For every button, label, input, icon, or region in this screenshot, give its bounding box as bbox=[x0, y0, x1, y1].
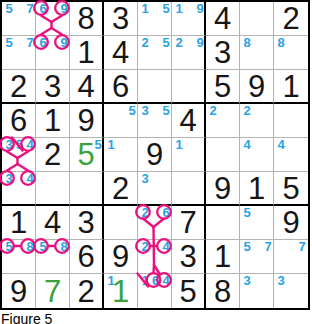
cell-r5c9: 4 bbox=[274, 138, 308, 172]
pencil-mark: 4 bbox=[24, 138, 37, 151]
cell-r1c8 bbox=[240, 2, 274, 36]
pencil-mark: 7 bbox=[262, 240, 275, 253]
cell-r2c5: 25 bbox=[138, 36, 172, 70]
pencil-mark: 5 bbox=[3, 2, 16, 15]
cell-r3c6 bbox=[172, 70, 206, 104]
pencil-mark: 5 bbox=[241, 206, 254, 219]
cell-r7c4 bbox=[104, 206, 138, 240]
pencil-mark: 2 bbox=[241, 104, 254, 117]
pencil-mark: 8 bbox=[275, 36, 288, 49]
pencil-mark: 3 bbox=[241, 274, 254, 287]
cell-r3c9: 1 bbox=[274, 70, 308, 104]
sudoku-figure: 5769831519425769142529388234659161953542… bbox=[0, 0, 312, 324]
given-digit: 2 bbox=[36, 138, 69, 171]
pencil-mark: 9 bbox=[194, 2, 207, 15]
pencil-mark: 5 bbox=[160, 104, 173, 117]
cell-r6c1: 34 bbox=[2, 172, 36, 206]
cell-r2c9: 8 bbox=[274, 36, 308, 70]
cell-r7c9: 9 bbox=[274, 206, 308, 240]
cell-r4c8: 2 bbox=[240, 104, 274, 138]
pencil-mark: 2 bbox=[207, 104, 220, 117]
cell-r9c5: 164 bbox=[138, 274, 172, 308]
cell-r6c7: 9 bbox=[206, 172, 240, 206]
given-digit: 6 bbox=[2, 104, 35, 137]
cell-r2c2: 69 bbox=[36, 36, 70, 70]
pencil-mark: 1 bbox=[105, 138, 118, 151]
pencil-mark: 6 bbox=[160, 206, 173, 219]
pencil-mark: 5 bbox=[126, 104, 139, 117]
pencil-mark: 1 bbox=[173, 138, 186, 151]
cell-r8c3: 6 bbox=[70, 240, 104, 274]
pencil-mark: 7 bbox=[296, 240, 309, 253]
cell-r1c1: 57 bbox=[2, 2, 36, 36]
cell-r8c8: 57 bbox=[240, 240, 274, 274]
cell-r5c5: 9 bbox=[138, 138, 172, 172]
cell-r5c2: 2 bbox=[36, 138, 70, 172]
cell-r9c4: 11 bbox=[104, 274, 138, 308]
cell-r2c7: 3 bbox=[206, 36, 240, 70]
pencil-mark: 3 bbox=[3, 172, 16, 185]
pencil-mark: 3 bbox=[139, 172, 152, 185]
given-digit: 1 bbox=[2, 206, 35, 239]
cell-r1c2: 69 bbox=[36, 2, 70, 36]
given-digit: 1 bbox=[70, 36, 102, 69]
cell-r8c4: 9 bbox=[104, 240, 138, 274]
given-digit: 2 bbox=[70, 274, 102, 308]
pencil-mark: 4 bbox=[160, 240, 173, 253]
given-digit: 3 bbox=[104, 2, 137, 35]
given-digit: 1 bbox=[36, 104, 69, 137]
given-digit: 4 bbox=[36, 206, 69, 239]
cell-r4c7: 2 bbox=[206, 104, 240, 138]
cell-r3c4: 6 bbox=[104, 70, 138, 104]
cell-r8c1: 58 bbox=[2, 240, 36, 274]
cell-r9c8: 3 bbox=[240, 274, 274, 308]
cell-r4c1: 6 bbox=[2, 104, 36, 138]
cell-r3c8: 9 bbox=[240, 70, 274, 104]
cell-r2c3: 1 bbox=[70, 36, 104, 70]
given-digit: 5 bbox=[206, 70, 239, 102]
cell-r4c6: 4 bbox=[172, 104, 206, 138]
pencil-mark: 2 bbox=[139, 36, 152, 49]
solved-digit: 7 bbox=[36, 274, 69, 308]
cell-r1c6: 19 bbox=[172, 2, 206, 36]
cell-r5c6: 1 bbox=[172, 138, 206, 172]
pencil-mark: 8 bbox=[241, 36, 254, 49]
given-digit: 8 bbox=[70, 2, 102, 35]
given-digit: 9 bbox=[2, 274, 35, 308]
cell-r9c3: 2 bbox=[70, 274, 104, 308]
given-digit: 8 bbox=[206, 274, 239, 308]
pencil-mark: 2 bbox=[139, 206, 152, 219]
pencil-mark: 3 bbox=[275, 274, 288, 287]
given-digit: 3 bbox=[206, 36, 239, 69]
cell-r7c1: 1 bbox=[2, 206, 36, 240]
cell-r6c5: 3 bbox=[138, 172, 172, 206]
pencil-mark: 4 bbox=[241, 138, 254, 151]
pencil-mark: 4 bbox=[275, 138, 288, 151]
cell-r8c7: 1 bbox=[206, 240, 240, 274]
given-digit: 9 bbox=[274, 206, 308, 239]
pencil-mark: 7 bbox=[24, 36, 37, 49]
pencil-mark: 9 bbox=[58, 2, 71, 15]
cell-r6c2 bbox=[36, 172, 70, 206]
pencil-mark: 5 bbox=[37, 240, 50, 253]
cell-r1c5: 15 bbox=[138, 2, 172, 36]
pencil-mark: 5 bbox=[3, 36, 16, 49]
cell-r5c8: 4 bbox=[240, 138, 274, 172]
given-digit: 3 bbox=[172, 240, 204, 273]
given-digit: 4 bbox=[172, 104, 204, 137]
cell-r7c2: 4 bbox=[36, 206, 70, 240]
cell-r7c7 bbox=[206, 206, 240, 240]
cell-r7c6: 7 bbox=[172, 206, 206, 240]
given-digit: 7 bbox=[172, 206, 204, 239]
given-digit: 3 bbox=[36, 70, 69, 102]
given-digit: 9 bbox=[104, 240, 137, 273]
cell-r6c4: 2 bbox=[104, 172, 138, 206]
given-digit: 4 bbox=[206, 2, 239, 35]
cell-r2c8: 8 bbox=[240, 36, 274, 70]
given-digit: 3 bbox=[70, 206, 102, 239]
cell-r9c7: 8 bbox=[206, 274, 240, 308]
given-digit: 1 bbox=[240, 172, 273, 204]
cell-r5c7 bbox=[206, 138, 240, 172]
pencil-mark: 7 bbox=[24, 2, 37, 15]
given-digit: 1 bbox=[274, 70, 308, 102]
given-digit: 4 bbox=[70, 70, 102, 102]
cell-r4c9 bbox=[274, 104, 308, 138]
figure-caption: Figure 5 bbox=[0, 310, 308, 324]
cell-r3c7: 5 bbox=[206, 70, 240, 104]
pencil-mark: 1 bbox=[105, 274, 118, 287]
cell-r7c3: 3 bbox=[70, 206, 104, 240]
cell-r4c3: 9 bbox=[70, 104, 104, 138]
cell-r6c3 bbox=[70, 172, 104, 206]
cell-r8c2: 58 bbox=[36, 240, 70, 274]
cell-r1c3: 8 bbox=[70, 2, 104, 36]
cell-r4c2: 1 bbox=[36, 104, 70, 138]
cell-r6c8: 1 bbox=[240, 172, 274, 206]
cell-r9c1: 9 bbox=[2, 274, 36, 308]
cell-r7c8: 5 bbox=[240, 206, 274, 240]
cell-r5c3: 55 bbox=[70, 138, 104, 172]
cell-r5c4: 1 bbox=[104, 138, 138, 172]
cell-r2c6: 29 bbox=[172, 36, 206, 70]
pencil-mark: 5 bbox=[241, 240, 254, 253]
cell-r4c5: 35 bbox=[138, 104, 172, 138]
cell-r3c1: 2 bbox=[2, 70, 36, 104]
given-digit: 9 bbox=[240, 70, 273, 102]
given-digit: 2 bbox=[2, 70, 35, 102]
cell-r9c9: 3 bbox=[274, 274, 308, 308]
pencil-mark: 5 bbox=[160, 36, 173, 49]
cell-r5c1: 354 bbox=[2, 138, 36, 172]
given-digit: 5 bbox=[172, 274, 204, 308]
pencil-mark: 9 bbox=[58, 36, 71, 49]
given-digit: 5 bbox=[274, 172, 308, 204]
cell-r6c9: 5 bbox=[274, 172, 308, 206]
cell-r3c2: 3 bbox=[36, 70, 70, 104]
given-digit: 6 bbox=[104, 70, 137, 102]
pencil-mark: 3 bbox=[139, 104, 152, 117]
given-digit: 1 bbox=[206, 240, 239, 273]
cell-r1c9: 2 bbox=[274, 2, 308, 36]
pencil-mark: 6 bbox=[37, 2, 50, 15]
pencil-mark: 9 bbox=[194, 36, 207, 49]
cell-r1c4: 3 bbox=[104, 2, 138, 36]
pencil-mark: 2 bbox=[139, 240, 152, 253]
given-digit: 9 bbox=[206, 172, 239, 204]
pencil-mark: 5 bbox=[92, 138, 105, 151]
pencil-mark: 1 bbox=[139, 2, 152, 15]
pencil-mark: 2 bbox=[173, 36, 186, 49]
given-digit: 4 bbox=[104, 36, 137, 69]
cell-r2c4: 4 bbox=[104, 36, 138, 70]
cell-r8c9: 7 bbox=[274, 240, 308, 274]
given-digit: 2 bbox=[104, 172, 137, 204]
pencil-mark: 4 bbox=[160, 274, 173, 287]
cell-r1c7: 4 bbox=[206, 2, 240, 36]
given-digit: 9 bbox=[70, 104, 102, 137]
pencil-mark: 8 bbox=[58, 240, 71, 253]
given-digit: 9 bbox=[138, 138, 171, 171]
pencil-mark: 8 bbox=[24, 240, 37, 253]
cell-r8c5: 24 bbox=[138, 240, 172, 274]
cell-r2c1: 57 bbox=[2, 36, 36, 70]
cell-r9c2: 7 bbox=[36, 274, 70, 308]
cell-r3c3: 4 bbox=[70, 70, 104, 104]
cell-r6c6 bbox=[172, 172, 206, 206]
cell-r4c4: 5 bbox=[104, 104, 138, 138]
cell-r3c5 bbox=[138, 70, 172, 104]
pencil-mark: 5 bbox=[3, 240, 16, 253]
cell-r7c5: 26 bbox=[138, 206, 172, 240]
cell-r9c6: 5 bbox=[172, 274, 206, 308]
given-digit: 6 bbox=[70, 240, 102, 273]
cell-r8c6: 3 bbox=[172, 240, 206, 274]
pencil-mark: 1 bbox=[173, 2, 186, 15]
given-digit: 2 bbox=[274, 2, 308, 35]
pencil-mark: 4 bbox=[24, 172, 37, 185]
pencil-mark: 5 bbox=[160, 2, 173, 15]
pencil-mark: 6 bbox=[37, 36, 50, 49]
sudoku-board: 5769831519425769142529388234659161953542… bbox=[0, 0, 310, 310]
